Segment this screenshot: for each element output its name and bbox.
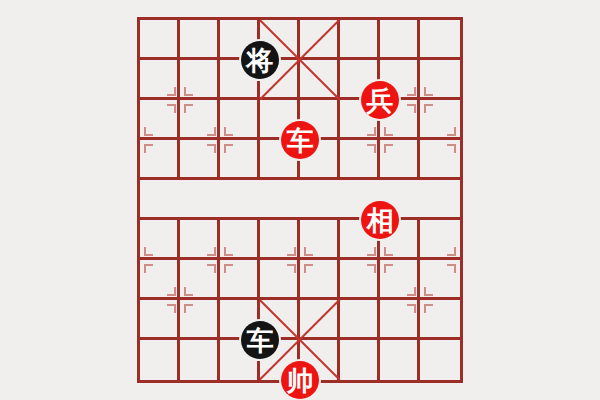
point-marking-bracket xyxy=(447,264,456,273)
point-marking-bracket xyxy=(207,127,216,136)
piece-red-elephant[interactable]: 相 xyxy=(361,201,399,239)
piece-black-general[interactable]: 将 xyxy=(241,41,279,79)
point-marking-bracket xyxy=(447,127,456,136)
point-marking-bracket xyxy=(144,127,153,136)
point-marking xyxy=(127,127,153,153)
xiangqi-board: 将兵车相车帅 xyxy=(137,17,463,383)
point-marking xyxy=(287,247,313,273)
point-marking xyxy=(367,127,393,153)
point-marking-bracket xyxy=(424,87,433,96)
point-marking-bracket xyxy=(407,304,416,313)
point-marking-bracket xyxy=(287,264,296,273)
point-marking-bracket xyxy=(367,247,376,256)
point-marking-bracket xyxy=(447,144,456,153)
point-marking-bracket xyxy=(367,144,376,153)
point-marking xyxy=(367,247,393,273)
point-marking-bracket xyxy=(207,247,216,256)
point-marking-bracket xyxy=(144,247,153,256)
point-marking-bracket xyxy=(407,287,416,296)
point-marking xyxy=(407,287,433,313)
point-marking-bracket xyxy=(184,87,193,96)
point-marking-bracket xyxy=(224,264,233,273)
point-marking xyxy=(167,287,193,313)
point-marking-bracket xyxy=(367,264,376,273)
point-marking-bracket xyxy=(384,144,393,153)
point-marking-bracket xyxy=(384,127,393,136)
point-marking xyxy=(447,127,473,153)
point-marking-bracket xyxy=(424,104,433,113)
page-background: 将兵车相车帅 xyxy=(0,0,600,400)
point-marking-bracket xyxy=(207,144,216,153)
piece-red-soldier[interactable]: 兵 xyxy=(361,81,399,119)
point-marking-bracket xyxy=(167,287,176,296)
point-marking-bracket xyxy=(407,87,416,96)
point-marking-bracket xyxy=(207,264,216,273)
point-marking-bracket xyxy=(424,287,433,296)
point-marking xyxy=(207,247,233,273)
point-marking-bracket xyxy=(144,264,153,273)
point-marking xyxy=(447,247,473,273)
point-marking xyxy=(407,87,433,113)
point-marking xyxy=(167,87,193,113)
point-marking-bracket xyxy=(304,247,313,256)
piece-red-general[interactable]: 帅 xyxy=(281,361,319,399)
point-marking-bracket xyxy=(167,104,176,113)
point-marking-bracket xyxy=(424,304,433,313)
point-marking-bracket xyxy=(287,247,296,256)
piece-red-chariot[interactable]: 车 xyxy=(281,121,319,159)
board-overlay: 将兵车相车帅 xyxy=(140,20,460,380)
point-marking-bracket xyxy=(184,304,193,313)
point-marking-bracket xyxy=(384,247,393,256)
point-marking-bracket xyxy=(167,87,176,96)
point-marking-bracket xyxy=(384,264,393,273)
point-marking-bracket xyxy=(447,247,456,256)
point-marking-bracket xyxy=(407,104,416,113)
point-marking-bracket xyxy=(304,264,313,273)
piece-black-chariot[interactable]: 车 xyxy=(241,321,279,359)
point-marking-bracket xyxy=(367,127,376,136)
point-marking xyxy=(207,127,233,153)
point-marking-bracket xyxy=(184,287,193,296)
point-marking-bracket xyxy=(184,104,193,113)
point-marking-bracket xyxy=(167,304,176,313)
point-marking-bracket xyxy=(224,144,233,153)
point-marking-bracket xyxy=(224,127,233,136)
point-marking xyxy=(127,247,153,273)
point-marking-bracket xyxy=(224,247,233,256)
point-marking-bracket xyxy=(144,144,153,153)
